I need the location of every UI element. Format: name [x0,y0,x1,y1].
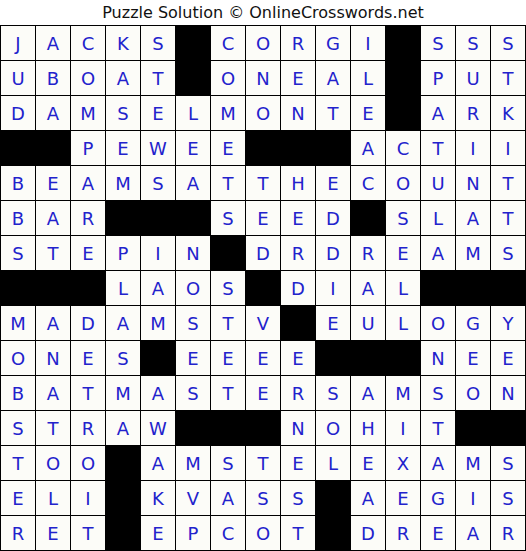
letter-cell-5-8[interactable]: T [246,166,281,201]
letter-cell-13-11[interactable]: E [351,446,386,481]
letter-cell-12-13[interactable]: T [421,411,456,446]
block-cell-6-11 [351,201,386,236]
letter-cell-5-5[interactable]: S [141,166,176,201]
letter-cell-11-4[interactable]: M [106,376,141,411]
letter-cell-9-10[interactable]: E [316,306,351,341]
letter-cell-14-5[interactable]: K [141,481,176,516]
letter-cell-1-10[interactable]: G [316,26,351,61]
block-cell-4-10 [316,131,351,166]
letter-cell-14-13[interactable]: G [421,481,456,516]
block-cell-10-5 [141,341,176,376]
letter-cell-8-7[interactable]: S [211,271,246,306]
letter-cell-12-3[interactable]: R [71,411,106,446]
letter-cell-6-1[interactable]: B [1,201,36,236]
letter-cell-7-4[interactable]: P [106,236,141,271]
block-cell-6-5 [141,201,176,236]
letter-cell-3-7[interactable]: M [211,96,246,131]
block-cell-4-8 [246,131,281,166]
letter-cell-11-12[interactable]: M [386,376,421,411]
letter-cell-15-12[interactable]: R [386,516,421,551]
letter-cell-13-8[interactable]: T [246,446,281,481]
block-cell-15-10 [316,516,351,551]
letter-cell-5-15[interactable]: T [491,166,526,201]
letter-cell-5-11[interactable]: C [351,166,386,201]
letter-cell-5-2[interactable]: E [36,166,71,201]
letter-cell-13-12[interactable]: X [386,446,421,481]
letter-cell-9-2[interactable]: A [36,306,71,341]
letter-cell-13-5[interactable]: A [141,446,176,481]
letter-cell-2-7[interactable]: O [211,61,246,96]
letter-cell-4-5[interactable]: W [141,131,176,166]
letter-cell-4-15[interactable]: I [491,131,526,166]
letter-cell-14-6[interactable]: V [176,481,211,516]
letter-cell-10-3[interactable]: E [71,341,106,376]
letter-cell-13-15[interactable]: S [491,446,526,481]
block-cell-10-12 [386,341,421,376]
letter-cell-14-2[interactable]: L [36,481,71,516]
letter-cell-7-13[interactable]: A [421,236,456,271]
letter-cell-3-5[interactable]: E [141,96,176,131]
letter-cell-15-14[interactable]: A [456,516,491,551]
letter-cell-2-10[interactable]: A [316,61,351,96]
letter-cell-2-14[interactable]: U [456,61,491,96]
letter-cell-2-13[interactable]: P [421,61,456,96]
block-cell-4-2 [36,131,71,166]
page: Puzzle Solution © OnlineCrosswords.net J… [0,0,526,551]
letter-cell-3-3[interactable]: M [71,96,106,131]
letter-cell-1-2[interactable]: A [36,26,71,61]
letter-cell-1-13[interactable]: S [421,26,456,61]
block-cell-1-12 [386,26,421,61]
letter-cell-12-5[interactable]: W [141,411,176,446]
letter-cell-9-7[interactable]: T [211,306,246,341]
letter-cell-5-12[interactable]: O [386,166,421,201]
block-cell-4-9 [281,131,316,166]
letter-cell-10-13[interactable]: N [421,341,456,376]
letter-cell-5-14[interactable]: N [456,166,491,201]
letter-cell-5-10[interactable]: E [316,166,351,201]
letter-cell-12-4[interactable]: A [106,411,141,446]
letter-cell-4-4[interactable]: E [106,131,141,166]
letter-cell-8-12[interactable]: L [386,271,421,306]
letter-cell-5-4[interactable]: M [106,166,141,201]
letter-cell-9-12[interactable]: L [386,306,421,341]
letter-cell-2-4[interactable]: A [106,61,141,96]
letter-cell-7-15[interactable]: S [491,236,526,271]
letter-cell-12-11[interactable]: H [351,411,386,446]
letter-cell-11-15[interactable]: N [491,376,526,411]
letter-cell-14-9[interactable]: S [281,481,316,516]
letter-cell-14-8[interactable]: S [246,481,281,516]
block-cell-8-13 [421,271,456,306]
block-cell-8-14 [456,271,491,306]
letter-cell-2-8[interactable]: N [246,61,281,96]
letter-cell-1-4[interactable]: K [106,26,141,61]
letter-cell-4-12[interactable]: C [386,131,421,166]
letter-cell-1-11[interactable]: I [351,26,386,61]
letter-cell-3-13[interactable]: A [421,96,456,131]
letter-cell-12-10[interactable]: O [316,411,351,446]
letter-cell-9-6[interactable]: S [176,306,211,341]
letter-cell-13-9[interactable]: E [281,446,316,481]
letter-cell-11-6[interactable]: S [176,376,211,411]
block-cell-12-15 [491,411,526,446]
letter-cell-10-6[interactable]: E [176,341,211,376]
letter-cell-4-11[interactable]: A [351,131,386,166]
letter-cell-11-2[interactable]: A [36,376,71,411]
letter-cell-11-9[interactable]: R [281,376,316,411]
letter-cell-9-15[interactable]: Y [491,306,526,341]
letter-cell-8-10[interactable]: I [316,271,351,306]
block-cell-8-15 [491,271,526,306]
letter-cell-10-14[interactable]: E [456,341,491,376]
letter-cell-5-1[interactable]: B [1,166,36,201]
letter-cell-8-5[interactable]: A [141,271,176,306]
letter-cell-1-15[interactable]: S [491,26,526,61]
letter-cell-11-7[interactable]: T [211,376,246,411]
block-cell-9-9 [281,306,316,341]
letter-cell-5-7[interactable]: T [211,166,246,201]
block-cell-12-6 [176,411,211,446]
letter-cell-4-6[interactable]: E [176,131,211,166]
letter-cell-6-10[interactable]: D [316,201,351,236]
block-cell-12-7 [211,411,246,446]
letter-cell-14-15[interactable]: S [491,481,526,516]
letter-cell-6-3[interactable]: R [71,201,106,236]
block-cell-12-8 [246,411,281,446]
letter-cell-11-8[interactable]: E [246,376,281,411]
letter-cell-2-11[interactable]: L [351,61,386,96]
letter-cell-15-13[interactable]: E [421,516,456,551]
letter-cell-2-1[interactable]: U [1,61,36,96]
letter-cell-9-8[interactable]: V [246,306,281,341]
letter-cell-7-8[interactable]: D [246,236,281,271]
letter-cell-13-14[interactable]: M [456,446,491,481]
letter-cell-7-3[interactable]: E [71,236,106,271]
letter-cell-7-1[interactable]: S [1,236,36,271]
block-cell-13-4 [106,446,141,481]
letter-cell-2-3[interactable]: O [71,61,106,96]
block-cell-4-1 [1,131,36,166]
letter-cell-3-1[interactable]: D [1,96,36,131]
block-cell-10-11 [351,341,386,376]
letter-cell-4-14[interactable]: I [456,131,491,166]
letter-cell-15-2[interactable]: E [36,516,71,551]
letter-cell-8-6[interactable]: O [176,271,211,306]
letter-cell-1-8[interactable]: O [246,26,281,61]
letter-cell-6-12[interactable]: S [386,201,421,236]
letter-cell-12-2[interactable]: T [36,411,71,446]
block-cell-6-4 [106,201,141,236]
letter-cell-11-5[interactable]: A [141,376,176,411]
letter-cell-14-1[interactable]: E [1,481,36,516]
letter-cell-15-7[interactable]: C [211,516,246,551]
block-cell-14-10 [316,481,351,516]
letter-cell-5-9[interactable]: H [281,166,316,201]
letter-cell-1-3[interactable]: C [71,26,106,61]
letter-cell-15-6[interactable]: P [176,516,211,551]
letter-cell-6-9[interactable]: E [281,201,316,236]
letter-cell-6-13[interactable]: L [421,201,456,236]
letter-cell-14-7[interactable]: A [211,481,246,516]
letter-cell-11-3[interactable]: T [71,376,106,411]
letter-cell-3-2[interactable]: A [36,96,71,131]
letter-cell-11-1[interactable]: B [1,376,36,411]
crossword-board: JACKSCORGISSSUBOATONEALPUTDAMSELMONTEARK… [0,25,526,551]
letter-cell-13-7[interactable]: S [211,446,246,481]
letter-cell-7-14[interactable]: M [456,236,491,271]
block-cell-3-12 [386,96,421,131]
letter-cell-2-9[interactable]: E [281,61,316,96]
letter-cell-11-10[interactable]: S [316,376,351,411]
letter-cell-9-4[interactable]: A [106,306,141,341]
block-cell-6-6 [176,201,211,236]
letter-cell-13-6[interactable]: M [176,446,211,481]
letter-cell-11-13[interactable]: S [421,376,456,411]
letter-cell-7-12[interactable]: E [386,236,421,271]
letter-cell-15-5[interactable]: E [141,516,176,551]
letter-cell-13-10[interactable]: L [316,446,351,481]
letter-cell-8-11[interactable]: A [351,271,386,306]
letter-cell-12-9[interactable]: N [281,411,316,446]
letter-cell-15-11[interactable]: D [351,516,386,551]
letter-cell-15-9[interactable]: T [281,516,316,551]
letter-cell-10-1[interactable]: O [1,341,36,376]
letter-cell-13-2[interactable]: O [36,446,71,481]
letter-cell-14-3[interactable]: I [71,481,106,516]
letter-cell-2-2[interactable]: B [36,61,71,96]
letter-cell-7-10[interactable]: D [316,236,351,271]
letter-cell-7-2[interactable]: T [36,236,71,271]
letter-cell-9-5[interactable]: M [141,306,176,341]
page-title: Puzzle Solution © OnlineCrosswords.net [102,0,424,25]
block-cell-8-1 [1,271,36,306]
block-cell-2-6 [176,61,211,96]
letter-cell-12-1[interactable]: S [1,411,36,446]
title-bar: Puzzle Solution © OnlineCrosswords.net [0,0,526,25]
letter-cell-13-1[interactable]: T [1,446,36,481]
letter-cell-10-2[interactable]: N [36,341,71,376]
letter-cell-10-7[interactable]: E [211,341,246,376]
letter-cell-9-13[interactable]: O [421,306,456,341]
letter-cell-1-1[interactable]: J [1,26,36,61]
letter-cell-15-3[interactable]: T [71,516,106,551]
letter-cell-11-11[interactable]: A [351,376,386,411]
letter-cell-6-7[interactable]: S [211,201,246,236]
letter-cell-1-14[interactable]: S [456,26,491,61]
letter-cell-10-8[interactable]: E [246,341,281,376]
letter-cell-2-5[interactable]: T [141,61,176,96]
letter-cell-14-11[interactable]: A [351,481,386,516]
letter-cell-1-5[interactable]: S [141,26,176,61]
letter-cell-7-6[interactable]: N [176,236,211,271]
block-cell-12-14 [456,411,491,446]
letter-cell-8-4[interactable]: L [106,271,141,306]
letter-cell-9-14[interactable]: G [456,306,491,341]
letter-cell-14-14[interactable]: I [456,481,491,516]
letter-cell-4-3[interactable]: P [71,131,106,166]
letter-cell-13-13[interactable]: A [421,446,456,481]
letter-cell-9-1[interactable]: M [1,306,36,341]
letter-cell-3-8[interactable]: O [246,96,281,131]
letter-cell-6-14[interactable]: A [456,201,491,236]
letter-cell-15-8[interactable]: O [246,516,281,551]
letter-cell-1-7[interactable]: C [211,26,246,61]
letter-cell-3-4[interactable]: S [106,96,141,131]
block-cell-10-10 [316,341,351,376]
letter-cell-14-12[interactable]: E [386,481,421,516]
letter-cell-13-3[interactable]: O [71,446,106,481]
letter-cell-7-5[interactable]: I [141,236,176,271]
letter-cell-3-15[interactable]: K [491,96,526,131]
letter-cell-4-13[interactable]: T [421,131,456,166]
letter-cell-3-14[interactable]: R [456,96,491,131]
block-cell-8-8 [246,271,281,306]
letter-cell-6-8[interactable]: E [246,201,281,236]
letter-cell-4-7[interactable]: E [211,131,246,166]
letter-cell-6-15[interactable]: T [491,201,526,236]
block-cell-8-3 [71,271,106,306]
letter-cell-8-9[interactable]: D [281,271,316,306]
letter-cell-10-15[interactable]: E [491,341,526,376]
letter-cell-9-11[interactable]: U [351,306,386,341]
letter-cell-12-12[interactable]: I [386,411,421,446]
block-cell-7-7 [211,236,246,271]
letter-cell-3-10[interactable]: T [316,96,351,131]
letter-cell-5-3[interactable]: A [71,166,106,201]
letter-cell-1-9[interactable]: R [281,26,316,61]
letter-cell-3-9[interactable]: N [281,96,316,131]
block-cell-2-12 [386,61,421,96]
block-cell-14-4 [106,481,141,516]
letter-cell-2-15[interactable]: T [491,61,526,96]
letter-cell-5-13[interactable]: U [421,166,456,201]
letter-cell-7-11[interactable]: R [351,236,386,271]
letter-cell-11-14[interactable]: O [456,376,491,411]
letter-cell-6-2[interactable]: A [36,201,71,236]
letter-cell-9-3[interactable]: D [71,306,106,341]
block-cell-8-2 [36,271,71,306]
letter-cell-3-6[interactable]: L [176,96,211,131]
block-cell-1-6 [176,26,211,61]
letter-cell-15-1[interactable]: R [1,516,36,551]
letter-cell-10-9[interactable]: E [281,341,316,376]
letter-cell-7-9[interactable]: R [281,236,316,271]
letter-cell-10-4[interactable]: S [106,341,141,376]
letter-cell-3-11[interactable]: E [351,96,386,131]
letter-cell-5-6[interactable]: A [176,166,211,201]
letter-cell-15-15[interactable]: R [491,516,526,551]
block-cell-15-4 [106,516,141,551]
